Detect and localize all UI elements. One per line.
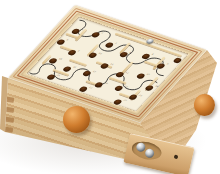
front-tilt-knob[interactable] [63, 106, 90, 133]
product-photo-labyrinth-game: 1234567891011121314151617181920212223 [0, 0, 220, 174]
right-tilt-knob[interactable] [194, 94, 215, 116]
